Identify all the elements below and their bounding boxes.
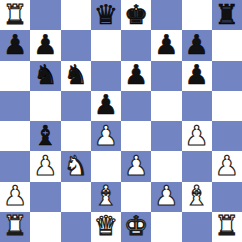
square-d4[interactable]: ♟ (91, 121, 121, 151)
square-b4[interactable]: ♝ (30, 121, 60, 151)
white-bishop[interactable]: ♝ (185, 182, 209, 209)
square-g8[interactable] (182, 0, 212, 30)
square-a5[interactable] (0, 91, 30, 121)
white-rook[interactable]: ♜ (215, 212, 239, 239)
black-pawn[interactable]: ♟ (94, 91, 118, 118)
black-pawn[interactable]: ♟ (33, 31, 57, 58)
square-h4[interactable] (212, 121, 242, 151)
square-d1[interactable]: ♛ (91, 212, 121, 242)
square-g2[interactable]: ♝ (182, 182, 212, 212)
square-b5[interactable] (30, 91, 60, 121)
square-h1[interactable]: ♜ (212, 212, 242, 242)
square-d6[interactable] (91, 61, 121, 91)
white-rook[interactable]: ♜ (3, 212, 27, 239)
square-e2[interactable] (121, 182, 151, 212)
white-rook[interactable]: ♜ (3, 1, 27, 28)
square-f7[interactable]: ♟ (151, 30, 181, 60)
white-king[interactable]: ♚ (124, 212, 148, 239)
square-f5[interactable] (151, 91, 181, 121)
square-e5[interactable] (121, 91, 151, 121)
square-c7[interactable] (61, 30, 91, 60)
square-a6[interactable] (0, 61, 30, 91)
square-b3[interactable]: ♟ (30, 151, 60, 181)
square-b6[interactable]: ♞ (30, 61, 60, 91)
black-queen[interactable]: ♛ (94, 1, 118, 28)
square-h7[interactable] (212, 30, 242, 60)
square-g4[interactable]: ♟ (182, 121, 212, 151)
chess-board: ♜♛♚♜♟♟♟♟♞♞♟♟♟♝♟♟♟♞♟♟♟♝♟♝♜♛♚♜ (0, 0, 242, 242)
square-g5[interactable] (182, 91, 212, 121)
square-f2[interactable]: ♟ (151, 182, 181, 212)
square-e6[interactable]: ♟ (121, 61, 151, 91)
square-e8[interactable]: ♚ (121, 0, 151, 30)
square-e3[interactable]: ♟ (121, 151, 151, 181)
square-f3[interactable] (151, 151, 181, 181)
square-b2[interactable] (30, 182, 60, 212)
white-pawn[interactable]: ♟ (33, 152, 57, 179)
square-a3[interactable] (0, 151, 30, 181)
square-c6[interactable]: ♞ (61, 61, 91, 91)
square-f1[interactable] (151, 212, 181, 242)
square-a8[interactable]: ♜ (0, 0, 30, 30)
square-d8[interactable]: ♛ (91, 0, 121, 30)
square-c5[interactable] (61, 91, 91, 121)
white-pawn[interactable]: ♟ (154, 182, 178, 209)
white-pawn[interactable]: ♟ (3, 182, 27, 209)
square-c4[interactable] (61, 121, 91, 151)
black-knight[interactable]: ♞ (33, 61, 57, 88)
white-pawn[interactable]: ♟ (124, 152, 148, 179)
square-d7[interactable] (91, 30, 121, 60)
square-b1[interactable] (30, 212, 60, 242)
square-g1[interactable] (182, 212, 212, 242)
square-b8[interactable] (30, 0, 60, 30)
black-pawn[interactable]: ♟ (3, 31, 27, 58)
square-a7[interactable]: ♟ (0, 30, 30, 60)
black-knight[interactable]: ♞ (64, 61, 88, 88)
square-f4[interactable] (151, 121, 181, 151)
square-d3[interactable] (91, 151, 121, 181)
black-bishop[interactable]: ♝ (33, 122, 57, 149)
white-pawn[interactable]: ♟ (94, 122, 118, 149)
square-e7[interactable] (121, 30, 151, 60)
black-pawn[interactable]: ♟ (185, 61, 209, 88)
black-pawn[interactable]: ♟ (154, 31, 178, 58)
square-g7[interactable]: ♟ (182, 30, 212, 60)
square-c2[interactable] (61, 182, 91, 212)
white-knight[interactable]: ♞ (64, 152, 88, 179)
square-g3[interactable] (182, 151, 212, 181)
square-a1[interactable]: ♜ (0, 212, 30, 242)
square-e1[interactable]: ♚ (121, 212, 151, 242)
square-g6[interactable]: ♟ (182, 61, 212, 91)
white-bishop[interactable]: ♝ (94, 182, 118, 209)
black-pawn[interactable]: ♟ (124, 61, 148, 88)
square-b7[interactable]: ♟ (30, 30, 60, 60)
white-queen[interactable]: ♛ (94, 212, 118, 239)
square-h5[interactable] (212, 91, 242, 121)
square-a2[interactable]: ♟ (0, 182, 30, 212)
square-c1[interactable] (61, 212, 91, 242)
square-d5[interactable]: ♟ (91, 91, 121, 121)
square-h8[interactable]: ♜ (212, 0, 242, 30)
square-c3[interactable]: ♞ (61, 151, 91, 181)
square-d2[interactable]: ♝ (91, 182, 121, 212)
white-pawn[interactable]: ♟ (185, 122, 209, 149)
square-h2[interactable] (212, 182, 242, 212)
square-c8[interactable] (61, 0, 91, 30)
white-pawn[interactable]: ♟ (215, 152, 239, 179)
square-h6[interactable] (212, 61, 242, 91)
square-h3[interactable]: ♟ (212, 151, 242, 181)
black-rook[interactable]: ♜ (215, 1, 239, 28)
black-pawn[interactable]: ♟ (185, 31, 209, 58)
square-f6[interactable] (151, 61, 181, 91)
square-f8[interactable] (151, 0, 181, 30)
black-king[interactable]: ♚ (124, 1, 148, 28)
square-a4[interactable] (0, 121, 30, 151)
square-e4[interactable] (121, 121, 151, 151)
